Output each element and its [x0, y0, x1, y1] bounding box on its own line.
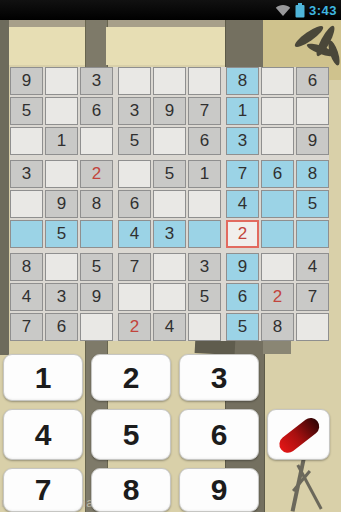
cell-r3c9[interactable]: 9	[296, 127, 329, 155]
cell-r3c4[interactable]: 5	[118, 127, 151, 155]
cell-r1c4[interactable]	[118, 67, 151, 95]
cell-r9c3[interactable]	[80, 313, 113, 341]
cell-r4c1[interactable]: 3	[10, 160, 43, 188]
cell-r7c4[interactable]: 7	[118, 253, 151, 281]
cell-r2c2[interactable]	[45, 97, 78, 125]
cell-r6c2[interactable]: 5	[45, 220, 78, 248]
cell-r8c1[interactable]: 4	[10, 283, 43, 311]
cell-r1c6[interactable]	[188, 67, 221, 95]
cell-r6c3[interactable]	[80, 220, 113, 248]
cell-r8c3[interactable]: 9	[80, 283, 113, 311]
cell-r8c4[interactable]	[118, 283, 151, 311]
numpad-button-8[interactable]: 8	[91, 468, 171, 512]
cell-r4c7[interactable]: 7	[226, 160, 259, 188]
cell-r3c2[interactable]: 1	[45, 127, 78, 155]
cell-r4c5[interactable]: 5	[153, 160, 186, 188]
numpad-button-2[interactable]: 2	[91, 354, 171, 401]
cell-r2c4[interactable]: 3	[118, 97, 151, 125]
wifi-icon	[275, 3, 291, 17]
cell-r3c8[interactable]	[261, 127, 294, 155]
cell-r9c4[interactable]: 2	[118, 313, 151, 341]
cell-r4c3[interactable]: 2	[80, 160, 113, 188]
eraser-icon	[276, 416, 322, 454]
clock: 3:43	[309, 3, 337, 18]
cell-r7c7[interactable]: 9	[226, 253, 259, 281]
numpad-button-4[interactable]: 4	[3, 409, 83, 460]
cell-r1c1[interactable]: 9	[10, 67, 43, 95]
cell-r7c9[interactable]: 4	[296, 253, 329, 281]
cell-r2c6[interactable]: 7	[188, 97, 221, 125]
cell-r7c1[interactable]: 8	[10, 253, 43, 281]
battery-icon	[295, 3, 305, 18]
cell-r9c5[interactable]: 4	[153, 313, 186, 341]
cell-r6c8[interactable]	[261, 220, 294, 248]
cell-r7c2[interactable]	[45, 253, 78, 281]
cell-r3c3[interactable]	[80, 127, 113, 155]
cell-r5c9[interactable]: 5	[296, 190, 329, 218]
cell-r5c3[interactable]: 8	[80, 190, 113, 218]
bamboo-stalk-left	[0, 20, 9, 355]
cell-r6c9[interactable]	[296, 220, 329, 248]
cell-r1c5[interactable]	[153, 67, 186, 95]
cell-r6c5[interactable]: 3	[153, 220, 186, 248]
cell-r4c8[interactable]: 6	[261, 160, 294, 188]
cell-r1c3[interactable]: 3	[80, 67, 113, 95]
cell-r9c9[interactable]	[296, 313, 329, 341]
cell-r3c5[interactable]	[153, 127, 186, 155]
cell-r2c1[interactable]: 5	[10, 97, 43, 125]
numpad-button-9[interactable]: 9	[179, 468, 259, 512]
cell-r3c7[interactable]: 3	[226, 127, 259, 155]
numpad-button-5[interactable]: 5	[91, 409, 171, 460]
cell-r3c1[interactable]	[10, 127, 43, 155]
cell-r2c7[interactable]: 1	[226, 97, 259, 125]
cell-r8c6[interactable]: 5	[188, 283, 221, 311]
cell-r1c8[interactable]	[261, 67, 294, 95]
cell-r6c6[interactable]	[188, 220, 221, 248]
cell-r4c2[interactable]	[45, 160, 78, 188]
background-panel	[9, 27, 85, 65]
cell-r4c4[interactable]	[118, 160, 151, 188]
cell-r1c7[interactable]: 8	[226, 67, 259, 95]
status-bar: 3:43	[0, 0, 341, 20]
cell-r8c5[interactable]	[153, 283, 186, 311]
cell-r5c6[interactable]	[188, 190, 221, 218]
screen: 3:43 ree for personal use 93865639711563…	[0, 0, 341, 512]
numpad-button-1[interactable]: 1	[3, 354, 83, 401]
cell-r8c8[interactable]: 2	[261, 283, 294, 311]
cell-r6c4[interactable]: 4	[118, 220, 151, 248]
cell-r2c8[interactable]	[261, 97, 294, 125]
cell-r6c7[interactable]: 2	[226, 220, 259, 248]
cell-r4c6[interactable]: 1	[188, 160, 221, 188]
numpad-button-6[interactable]: 6	[179, 409, 259, 460]
cell-r6c1[interactable]	[10, 220, 43, 248]
cell-r9c8[interactable]: 8	[261, 313, 294, 341]
cell-r2c9[interactable]	[296, 97, 329, 125]
cell-r7c5[interactable]	[153, 253, 186, 281]
numpad-button-7[interactable]: 7	[3, 468, 83, 512]
cell-r2c3[interactable]: 6	[80, 97, 113, 125]
numpad-button-3[interactable]: 3	[179, 354, 259, 401]
numpad: 1 2 3 4 5 6 7 8 9	[3, 354, 330, 512]
background-panel	[106, 27, 225, 65]
cell-r9c2[interactable]: 6	[45, 313, 78, 341]
cell-r5c4[interactable]: 6	[118, 190, 151, 218]
cell-r5c7[interactable]: 4	[226, 190, 259, 218]
cell-r1c2[interactable]	[45, 67, 78, 95]
cell-r2c5[interactable]: 9	[153, 97, 186, 125]
cell-r5c2[interactable]: 9	[45, 190, 78, 218]
cell-r1c9[interactable]: 6	[296, 67, 329, 95]
cell-r7c6[interactable]: 3	[188, 253, 221, 281]
cell-r9c1[interactable]: 7	[10, 313, 43, 341]
cell-r8c9[interactable]: 7	[296, 283, 329, 311]
cell-r7c3[interactable]: 5	[80, 253, 113, 281]
cell-r4c9[interactable]: 8	[296, 160, 329, 188]
cell-r5c5[interactable]	[153, 190, 186, 218]
cell-r8c2[interactable]: 3	[45, 283, 78, 311]
cell-r7c8[interactable]	[261, 253, 294, 281]
cell-r3c6[interactable]: 6	[188, 127, 221, 155]
cell-r9c6[interactable]	[188, 313, 221, 341]
eraser-button[interactable]	[267, 409, 330, 460]
sudoku-board: 9386563971156393251768986455432857394439…	[10, 67, 329, 341]
cell-r8c7[interactable]: 6	[226, 283, 259, 311]
cell-r9c7[interactable]: 5	[226, 313, 259, 341]
cell-r5c8[interactable]	[261, 190, 294, 218]
cell-r5c1[interactable]	[10, 190, 43, 218]
